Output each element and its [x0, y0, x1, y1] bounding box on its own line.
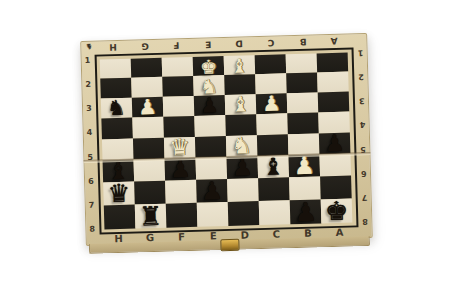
coordinate-label-8: 8 — [363, 217, 369, 226]
black-rook[interactable]: ♜ — [139, 203, 163, 230]
black-pawn[interactable]: ♟ — [324, 132, 345, 156]
coordinate-label-2: 2 — [85, 80, 91, 89]
black-pawn[interactable]: ♟ — [231, 155, 253, 180]
brass-clasp — [220, 239, 239, 252]
coordinate-label-4: 4 — [360, 121, 366, 130]
square-g4[interactable] — [132, 117, 164, 139]
black-pawn[interactable]: ♟ — [294, 199, 318, 226]
coordinate-label-h: H — [103, 233, 135, 245]
coordinate-label-4: 4 — [87, 128, 93, 137]
photo-scene: ♞ HGFEDCBA 12345678 12345678 HGFEDCBA ♚♝… — [0, 0, 452, 300]
coordinate-label-3: 3 — [359, 96, 365, 105]
square-b6[interactable]: ♟ — [288, 154, 320, 177]
coordinate-label-3: 3 — [86, 104, 92, 113]
white-pawn[interactable]: ♟ — [138, 97, 157, 119]
square-h1[interactable] — [100, 59, 132, 79]
square-d1[interactable]: ♝ — [224, 55, 256, 75]
square-a1[interactable] — [317, 53, 349, 73]
coordinate-label-2: 2 — [359, 72, 365, 81]
square-h7[interactable]: ♛ — [103, 182, 135, 206]
square-b2[interactable] — [286, 72, 318, 93]
square-c1[interactable] — [255, 54, 287, 74]
square-f8[interactable] — [166, 203, 198, 228]
white-pawn[interactable]: ♟ — [293, 154, 315, 179]
coordinate-label-7: 7 — [362, 193, 368, 202]
coordinate-label-d: D — [224, 38, 256, 49]
chess-board: ♞ HGFEDCBA 12345678 12345678 HGFEDCBA ♚♝… — [80, 33, 373, 246]
square-a2[interactable] — [317, 72, 349, 93]
square-f2[interactable] — [162, 76, 194, 97]
square-a8[interactable]: ♚ — [321, 199, 353, 224]
white-pawn[interactable]: ♟ — [262, 93, 281, 115]
coordinate-label-f: F — [166, 231, 198, 243]
square-g5[interactable] — [133, 138, 165, 160]
coordinate-label-a: A — [324, 226, 356, 238]
knight-stamp-icon: ♞ — [85, 42, 92, 51]
coordinate-label-c: C — [260, 228, 292, 240]
white-bishop[interactable]: ♝ — [231, 56, 249, 75]
rank-labels-left: 12345678 — [85, 56, 96, 234]
coordinate-label-6: 6 — [361, 169, 367, 178]
black-pawn[interactable]: ♟ — [200, 178, 223, 204]
coordinate-label-h: H — [97, 42, 129, 53]
square-d8[interactable] — [228, 201, 260, 226]
square-e4[interactable] — [194, 115, 226, 137]
square-e3[interactable]: ♟ — [194, 95, 226, 116]
coordinate-label-f: F — [160, 40, 192, 51]
board-grid: ♚♝♞♞♟♟♝♟♛♞♟♝♟♟♝♟♛♟♜♟♚ — [100, 53, 354, 230]
square-h3[interactable]: ♞ — [101, 98, 133, 119]
square-g6[interactable] — [134, 159, 166, 182]
square-a3[interactable] — [318, 92, 350, 113]
coordinate-label-b: B — [292, 227, 324, 239]
coordinate-label-1: 1 — [358, 48, 364, 57]
square-f3[interactable] — [163, 96, 195, 117]
coordinate-label-8: 8 — [89, 225, 95, 234]
coordinate-label-c: C — [255, 37, 287, 48]
square-e5[interactable] — [195, 136, 227, 158]
black-queen[interactable]: ♛ — [107, 181, 130, 207]
black-knight[interactable]: ♞ — [107, 98, 126, 120]
coordinate-label-1: 1 — [85, 56, 91, 65]
square-a5[interactable]: ♟ — [319, 133, 351, 155]
coordinate-label-a: A — [318, 36, 350, 47]
square-b1[interactable] — [286, 53, 318, 73]
square-g1[interactable] — [131, 58, 163, 78]
square-d6[interactable]: ♟ — [226, 156, 258, 179]
square-e1[interactable]: ♚ — [193, 56, 225, 76]
black-bishop[interactable]: ♝ — [262, 154, 284, 179]
square-a6[interactable] — [319, 154, 351, 177]
square-c8[interactable] — [259, 200, 291, 225]
coordinate-label-7: 7 — [89, 201, 95, 210]
square-d3[interactable]: ♝ — [225, 94, 257, 115]
black-pawn[interactable]: ♟ — [200, 95, 219, 117]
coordinate-label-e: E — [192, 39, 224, 50]
white-bishop[interactable]: ♝ — [231, 94, 250, 116]
coordinate-label-6: 6 — [88, 176, 94, 185]
square-b4[interactable] — [287, 112, 319, 134]
coordinate-label-b: B — [287, 36, 319, 47]
square-e7[interactable]: ♟ — [196, 179, 228, 203]
square-b8[interactable]: ♟ — [290, 199, 322, 224]
square-c3[interactable]: ♟ — [256, 93, 288, 114]
coordinate-label-g: G — [129, 41, 161, 52]
board-playing-area: ♚♝♞♞♟♟♝♟♛♞♟♝♟♟♝♟♛♟♜♟♚ — [95, 47, 359, 234]
black-king[interactable]: ♚ — [325, 198, 349, 225]
square-c6[interactable]: ♝ — [257, 155, 289, 178]
rank-labels-right: 12345678 — [358, 48, 369, 226]
square-b3[interactable] — [287, 92, 319, 113]
coordinate-label-g: G — [134, 232, 166, 244]
black-pawn[interactable]: ♟ — [169, 157, 191, 182]
square-f1[interactable] — [162, 57, 194, 77]
square-g3[interactable]: ♟ — [132, 97, 164, 118]
square-g8[interactable]: ♜ — [135, 204, 167, 229]
square-c4[interactable] — [256, 113, 288, 135]
square-h4[interactable] — [101, 118, 133, 140]
square-f6[interactable]: ♟ — [165, 158, 197, 181]
